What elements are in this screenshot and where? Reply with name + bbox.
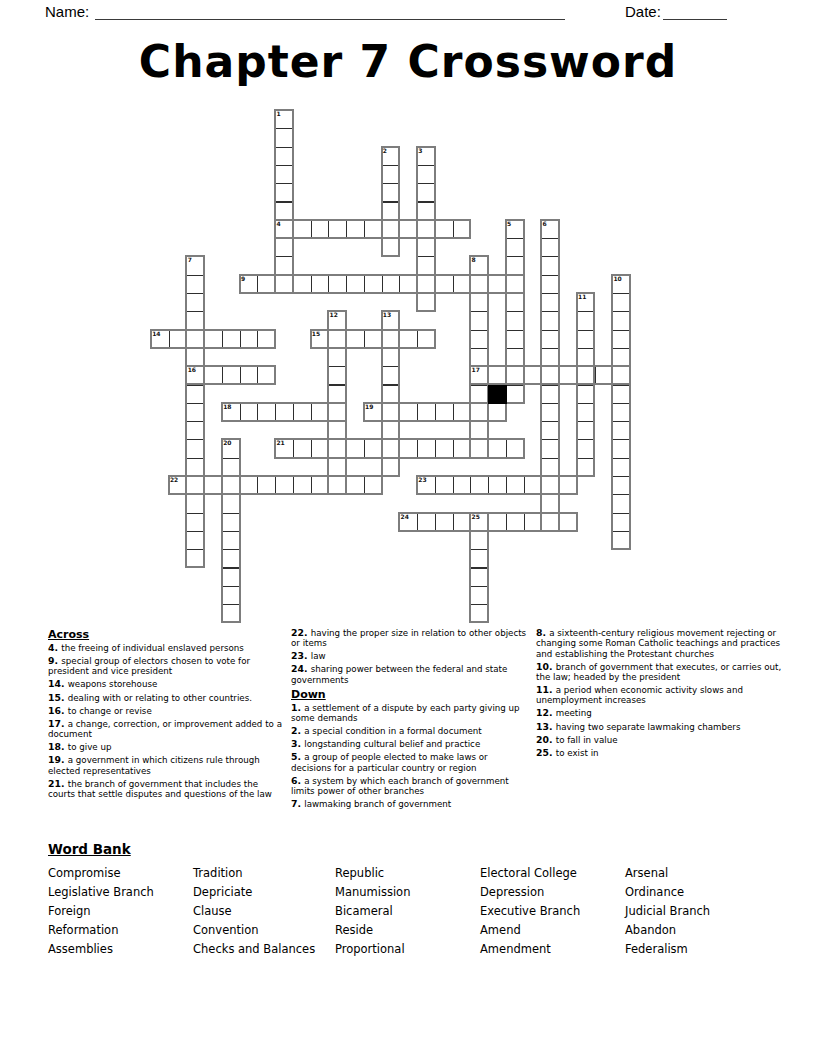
grid-cell[interactable] [577,348,596,367]
clue-number-label: 2. [291,725,304,736]
grid-cell[interactable] [186,330,205,349]
clue-down-3: 3. longstanding cultural belief and prac… [291,739,528,749]
grid-cell[interactable] [453,220,472,239]
clue-down-20: 20. to fall in value [536,735,784,745]
grid-cell[interactable] [470,568,489,587]
grid-number-15: 15 [312,331,320,337]
grid-cell[interactable] [506,348,525,367]
grid-cell[interactable] [506,439,525,458]
grid-cell[interactable] [453,439,472,458]
grid-cell[interactable] [577,385,596,404]
grid-cell[interactable] [222,568,241,587]
clue-text: branch of government that executes, or c… [536,662,781,682]
grid-cell[interactable] [506,513,525,532]
clue-text: a change, correction, or improvement add… [48,719,282,739]
grid-cell[interactable] [506,330,525,349]
grid-cell[interactable] [506,311,525,330]
grid-cell[interactable] [240,403,259,422]
grid-cell[interactable] [311,439,330,458]
grid-cell[interactable] [612,330,631,349]
grid-cell[interactable] [577,366,596,385]
grid-cell[interactable] [506,293,525,312]
grid-number-25: 25 [472,514,480,520]
grid-cell[interactable] [399,275,418,294]
grid-cell[interactable] [382,275,401,294]
clue-number-label: 11. [536,684,556,695]
grid-cell[interactable] [470,476,489,495]
grid-cell[interactable] [382,366,401,385]
grid-cell[interactable] [222,458,241,477]
clue-text: a group of people elected to make laws o… [291,752,488,772]
grid-number-11: 11 [578,294,586,300]
grid-cell[interactable] [612,293,631,312]
grid-cell[interactable] [488,476,507,495]
crossword-grid: 1234567891011121314151617181920212223242… [151,110,632,624]
grid-cell[interactable] [382,165,401,184]
grid-cell[interactable] [186,403,205,422]
grid-cell[interactable] [488,439,507,458]
grid-cell[interactable] [222,476,241,495]
grid-cell[interactable] [612,476,631,495]
grid-cell[interactable] [328,421,347,440]
grid-cell[interactable] [506,256,525,275]
grid-cell[interactable] [453,403,472,422]
word-bank-item: Abandon [625,921,788,940]
grid-cell[interactable] [186,275,205,294]
clue-number-label: 12. [536,707,556,718]
grid-cell[interactable] [275,183,294,202]
grid-number-24: 24 [401,514,409,520]
clue-number-label: 23. [291,650,311,661]
grid-cell[interactable] [240,330,259,349]
grid-cell[interactable] [541,476,560,495]
grid-cell[interactable] [417,220,436,239]
grid-cell[interactable] [559,366,578,385]
clue-text: to fall in value [556,735,618,745]
grid-cell[interactable] [541,330,560,349]
grid-cell[interactable] [612,439,631,458]
clue-text: dealing with or relating to other countr… [68,693,252,703]
grid-cell[interactable] [435,476,454,495]
word-bank-item: Arsenal [625,864,788,883]
grid-number-6: 6 [542,221,546,227]
clue-number-label: 3. [291,738,304,749]
clue-text: a government in which citizens rule thro… [48,755,260,775]
grid-cell[interactable] [364,439,383,458]
grid-cell[interactable] [541,458,560,477]
grid-cell[interactable] [257,476,276,495]
grid-cell[interactable] [311,220,330,239]
clue-text: sharing power between the federal and st… [291,664,507,684]
grid-cell[interactable] [435,439,454,458]
word-bank-item: Depression [480,883,625,902]
grid-cell[interactable] [382,385,401,404]
grid-cell[interactable] [417,183,436,202]
grid-cell[interactable] [612,366,631,385]
grid-cell[interactable] [488,366,507,385]
grid-number-4: 4 [276,221,280,227]
grid-cell[interactable] [293,275,312,294]
grid-cell[interactable] [275,476,294,495]
grid-cell[interactable] [293,476,312,495]
grid-cell[interactable] [612,513,631,532]
grid-cell[interactable] [506,385,525,404]
grid-cell[interactable] [577,458,596,477]
grid-cell[interactable] [186,439,205,458]
grid-cell[interactable] [328,439,347,458]
grid-cell[interactable] [328,348,347,367]
grid-cell[interactable] [541,513,560,532]
grid-number-5: 5 [507,221,511,227]
clue-text: a settlement of a dispute by each party … [291,703,520,723]
grid-cell[interactable] [612,311,631,330]
grid-cell[interactable] [186,531,205,550]
grid-cell[interactable] [470,311,489,330]
grid-cell[interactable] [257,330,276,349]
grid-number-18: 18 [223,404,231,410]
grid-cell[interactable] [346,476,365,495]
grid-cell[interactable] [541,275,560,294]
grid-cell[interactable] [186,385,205,404]
word-bank-item: Amend [480,921,625,940]
grid-cell[interactable] [506,275,525,294]
grid-cell[interactable] [470,439,489,458]
grid-cell[interactable] [453,476,472,495]
grid-number-23: 23 [418,477,426,483]
grid-cell[interactable] [506,476,525,495]
grid-cell[interactable] [488,275,507,294]
clue-number-label: 21. [48,778,68,789]
word-bank: Word Bank CompromiseTraditionRepublicEle… [48,841,788,959]
grid-cell[interactable] [541,421,560,440]
grid-cell[interactable] [417,293,436,312]
grid-cell[interactable] [257,366,276,385]
word-bank-item: Depriciate [193,883,335,902]
grid-cell[interactable] [293,403,312,422]
grid-cell[interactable] [311,275,330,294]
grid-cell[interactable] [382,330,401,349]
grid-cell[interactable] [257,275,276,294]
grid-cell[interactable] [186,549,205,568]
word-bank-item: Ordinance [625,883,788,902]
grid-cell[interactable] [328,403,347,422]
grid-cell[interactable] [577,311,596,330]
grid-cell[interactable] [541,494,560,513]
grid-cell[interactable] [470,275,489,294]
clue-number-label: 9. [48,655,61,666]
word-bank-item: Federalism [625,940,788,959]
grid-cell[interactable] [328,385,347,404]
clue-across-17: 17. a change, correction, or improvement… [48,719,285,740]
grid-cell[interactable] [222,330,241,349]
grid-cell[interactable] [275,256,294,275]
grid-number-2: 2 [383,148,387,154]
word-bank-item: Reformation [48,921,193,940]
clue-down-8: 8. a sixteenth-century religious movemen… [536,628,784,659]
clue-across-24: 24. sharing power between the federal an… [291,664,528,685]
clues-section-header-down: Down [291,688,528,701]
date-blank-line[interactable] [663,2,727,20]
word-bank-item: Compromise [48,864,193,883]
word-bank-title: Word Bank [48,841,788,857]
grid-cell[interactable] [417,439,436,458]
clue-text: special group of electors chosen to vote… [48,656,250,676]
grid-cell[interactable] [470,330,489,349]
grid-cell[interactable] [364,476,383,495]
grid-cell[interactable] [346,330,365,349]
grid-cell[interactable] [328,275,347,294]
grid-cell[interactable] [186,348,205,367]
grid-cell[interactable] [470,586,489,605]
clues-column-2: 22. having the proper size in relation t… [291,628,528,812]
grid-cell[interactable] [240,476,259,495]
grid-cell[interactable] [222,531,241,550]
clue-number-label: 8. [536,627,549,638]
clue-number-label: 14. [48,678,68,689]
clue-number-label: 1. [291,702,304,713]
grid-cell[interactable] [506,238,525,257]
grid-cell[interactable] [577,421,596,440]
grid-cell[interactable] [275,165,294,184]
grid-cell[interactable] [222,366,241,385]
grid-cell[interactable] [470,604,489,623]
grid-cell[interactable] [612,421,631,440]
grid-number-12: 12 [330,312,338,318]
grid-cell[interactable] [382,202,401,221]
grid-cell[interactable] [541,366,560,385]
word-bank-item: Amendment [480,940,625,959]
word-bank-item: Legislative Branch [48,883,193,902]
grid-cell[interactable] [417,238,436,257]
grid-cell[interactable] [417,202,436,221]
clue-number-label: 16. [48,705,68,716]
grid-cell[interactable] [382,220,401,239]
grid-number-21: 21 [276,440,284,446]
grid-cell[interactable] [293,439,312,458]
clue-text: to give up [68,742,112,752]
grid-cell[interactable] [399,403,418,422]
grid-cell[interactable] [382,439,401,458]
clue-down-1: 1. a settlement of a dispute by each par… [291,703,528,724]
grid-cell[interactable] [293,220,312,239]
grid-cell[interactable] [328,476,347,495]
grid-cell[interactable] [328,366,347,385]
clue-number-label: 22. [291,627,311,638]
grid-cell[interactable] [328,458,347,477]
grid-cell[interactable] [435,513,454,532]
grid-cell[interactable] [417,403,436,422]
clues-column-3: 8. a sixteenth-century religious movemen… [536,628,784,761]
word-bank-item: Proportional [335,940,480,959]
grid-cell[interactable] [399,330,418,349]
grid-cell[interactable] [488,403,507,422]
grid-cell[interactable] [577,439,596,458]
clue-number-label: 10. [536,661,556,672]
grid-cell[interactable] [417,256,436,275]
grid-cell[interactable] [524,476,543,495]
grid-cell[interactable] [186,421,205,440]
name-blank-line[interactable] [95,2,565,20]
clue-down-10: 10. branch of government that executes, … [536,662,784,683]
grid-cell[interactable] [346,275,365,294]
clue-across-9: 9. special group of electors chosen to v… [48,656,285,677]
grid-cell[interactable] [364,275,383,294]
grid-cell[interactable] [577,403,596,422]
grid-cell[interactable] [470,549,489,568]
grid-cell[interactable] [435,275,454,294]
grid-cell[interactable] [186,494,205,513]
word-bank-item: Bicameral [335,902,480,921]
grid-cell[interactable] [275,275,294,294]
grid-cell[interactable] [222,586,241,605]
grid-cell[interactable] [364,330,383,349]
grid-cell[interactable] [240,366,259,385]
clue-number-label: 24. [291,663,311,674]
grid-cell[interactable] [559,476,578,495]
grid-cell[interactable] [417,330,436,349]
grid-cell[interactable] [186,513,205,532]
grid-cell[interactable] [382,458,401,477]
grid-cell[interactable] [222,549,241,568]
grid-cell[interactable] [541,403,560,422]
clue-text: the branch of government that includes t… [48,779,272,799]
word-bank-item: Tradition [193,864,335,883]
grid-cell[interactable] [417,275,436,294]
grid-cell[interactable] [275,238,294,257]
grid-cell[interactable] [541,256,560,275]
grid-cell[interactable] [612,458,631,477]
clue-text: meeting [556,708,592,718]
clue-text: a system by which each branch of governm… [291,776,509,796]
clue-text: a sixteenth-century religious movement r… [536,628,780,659]
grid-number-17: 17 [472,367,480,373]
grid-cell[interactable] [204,366,223,385]
grid-cell[interactable] [612,385,631,404]
clue-down-13: 13. having two separate lawmaking chambe… [536,722,784,732]
grid-cell[interactable] [612,531,631,550]
grid-cell[interactable] [328,330,347,349]
grid-cell[interactable] [470,385,489,404]
grid-cell[interactable] [470,293,489,312]
clue-number-label: 5. [291,751,304,762]
grid-cell[interactable] [506,366,525,385]
clue-across-22: 22. having the proper size in relation t… [291,628,528,649]
date-label: Date: [625,3,661,20]
grid-cell[interactable] [453,275,472,294]
grid-cell[interactable] [399,220,418,239]
grid-cell[interactable] [257,403,276,422]
clue-text: a special condition in a formal document [304,726,481,736]
grid-cell[interactable] [204,330,223,349]
grid-cell[interactable] [541,238,560,257]
grid-cell[interactable] [222,513,241,532]
grid-cell[interactable] [346,439,365,458]
grid-cell[interactable] [346,220,365,239]
grid-cell[interactable] [470,403,489,422]
clue-down-2: 2. a special condition in a formal docum… [291,726,528,736]
grid-cell[interactable] [275,202,294,221]
grid-cell[interactable] [275,403,294,422]
grid-number-10: 10 [613,276,621,282]
clue-across-15: 15. dealing with or relating to other co… [48,693,285,703]
grid-number-13: 13 [383,312,391,318]
grid-cell[interactable] [435,403,454,422]
word-bank-item: Convention [193,921,335,940]
grid-cell[interactable] [453,513,472,532]
clue-text: a period when economic activity slows an… [536,685,743,705]
grid-cell[interactable] [612,494,631,513]
grid-cell[interactable] [559,513,578,532]
grid-cell[interactable] [169,330,188,349]
grid-cell[interactable] [470,531,489,550]
clue-number-label: 6. [291,775,304,786]
grid-cell[interactable] [382,421,401,440]
grid-cell[interactable] [470,348,489,367]
clue-number-label: 15. [48,692,68,703]
grid-cell[interactable] [612,403,631,422]
grid-cell[interactable] [186,476,205,495]
grid-cell[interactable] [577,330,596,349]
clue-text: weapons storehouse [68,679,158,689]
clue-number-label: 25. [536,747,556,758]
grid-cell[interactable] [186,311,205,330]
grid-cell[interactable] [541,293,560,312]
grid-cell[interactable] [382,403,401,422]
worksheet-page: Name: Date: Chapter 7 Crossword 12345678… [0,0,816,1056]
grid-cell[interactable] [612,348,631,367]
clue-across-4: 4. the freeing of individual enslaved pe… [48,643,285,653]
grid-cell[interactable] [311,476,330,495]
clue-across-23: 23. law [291,651,528,661]
clue-across-16: 16. to change or revise [48,706,285,716]
clue-across-14: 14. weapons storehouse [48,679,285,689]
grid-cell[interactable] [328,220,347,239]
grid-cell[interactable] [595,366,614,385]
grid-cell[interactable] [524,513,543,532]
grid-cell[interactable] [364,220,383,239]
clue-text: having two separate lawmaking chambers [556,722,741,732]
grid-cell[interactable] [204,476,223,495]
grid-cell[interactable] [399,439,418,458]
grid-cell[interactable] [417,165,436,184]
grid-cell[interactable] [382,238,401,257]
word-bank-grid: CompromiseTraditionRepublicElectoral Col… [48,864,788,959]
grid-cell[interactable] [186,458,205,477]
black-cell [488,385,507,404]
grid-cell[interactable] [435,220,454,239]
grid-cell[interactable] [541,439,560,458]
grid-cell[interactable] [541,385,560,404]
grid-cell[interactable] [275,147,294,166]
grid-cell[interactable] [311,403,330,422]
word-bank-item: Assemblies [48,940,193,959]
grid-cell[interactable] [541,311,560,330]
grid-number-3: 3 [418,148,422,154]
grid-cell[interactable] [524,366,543,385]
grid-cell[interactable] [186,293,205,312]
clue-down-11: 11. a period when economic activity slow… [536,685,784,706]
word-bank-item: Executive Branch [480,902,625,921]
grid-cell[interactable] [222,604,241,623]
grid-cell[interactable] [541,348,560,367]
grid-cell[interactable] [470,421,489,440]
grid-cell[interactable] [275,128,294,147]
grid-cell[interactable] [222,494,241,513]
grid-cell[interactable] [417,513,436,532]
grid-cell[interactable] [382,348,401,367]
grid-cell[interactable] [488,513,507,532]
grid-cell[interactable] [382,183,401,202]
